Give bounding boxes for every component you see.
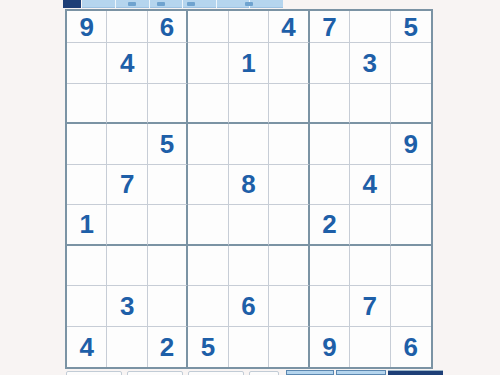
cell-r2c1[interactable] bbox=[67, 43, 107, 84]
given-digit: 2 bbox=[322, 211, 336, 237]
given-digit: 6 bbox=[241, 293, 255, 319]
cell-r4c2[interactable] bbox=[107, 124, 147, 165]
cell-r6c2[interactable] bbox=[107, 205, 147, 246]
cell-r2c9[interactable] bbox=[391, 43, 431, 84]
cell-r5c7[interactable] bbox=[310, 165, 350, 206]
app-screen: 96475413597841236742596 bbox=[0, 0, 500, 375]
cell-r3c3[interactable] bbox=[148, 84, 188, 125]
button-fragment-bottom[interactable] bbox=[249, 371, 279, 375]
toolbar-separator bbox=[149, 0, 150, 8]
toolbar-separator bbox=[182, 0, 183, 8]
cell-r1c7[interactable]: 7 bbox=[310, 11, 350, 43]
cell-r8c5[interactable]: 6 bbox=[229, 286, 269, 327]
cell-r1c8[interactable] bbox=[350, 11, 390, 43]
cell-r9c4[interactable]: 5 bbox=[188, 327, 228, 368]
cell-r5c1[interactable] bbox=[67, 165, 107, 206]
given-digit: 4 bbox=[120, 50, 134, 76]
given-digit: 4 bbox=[79, 334, 93, 360]
button-glyph-fragment bbox=[157, 2, 165, 6]
toolbar-fragment-top[interactable] bbox=[82, 0, 283, 8]
given-digit: 2 bbox=[160, 334, 174, 360]
cell-r7c1[interactable] bbox=[67, 246, 107, 287]
cell-r1c2[interactable] bbox=[107, 11, 147, 43]
cell-r9c9[interactable]: 6 bbox=[391, 327, 431, 368]
cell-r5c6[interactable] bbox=[269, 165, 309, 206]
cell-r6c9[interactable] bbox=[391, 205, 431, 246]
cell-r9c6[interactable] bbox=[269, 327, 309, 368]
cell-r1c6[interactable]: 4 bbox=[269, 11, 309, 43]
cell-r3c5[interactable] bbox=[229, 84, 269, 125]
cell-r4c6[interactable] bbox=[269, 124, 309, 165]
cell-r7c3[interactable] bbox=[148, 246, 188, 287]
cell-r3c6[interactable] bbox=[269, 84, 309, 125]
cell-r7c6[interactable] bbox=[269, 246, 309, 287]
given-digit: 4 bbox=[363, 171, 377, 197]
given-digit: 1 bbox=[241, 50, 255, 76]
cell-r8c8[interactable]: 7 bbox=[350, 286, 390, 327]
cell-r8c6[interactable] bbox=[269, 286, 309, 327]
given-digit: 5 bbox=[160, 131, 174, 157]
toolbar-selected-button-fragment-bottom[interactable] bbox=[388, 370, 443, 375]
cell-r9c5[interactable] bbox=[229, 327, 269, 368]
cell-r4c8[interactable] bbox=[350, 124, 390, 165]
cell-r3c4[interactable] bbox=[188, 84, 228, 125]
cell-r4c7[interactable] bbox=[310, 124, 350, 165]
cell-r7c4[interactable] bbox=[188, 246, 228, 287]
cell-r5c8[interactable]: 4 bbox=[350, 165, 390, 206]
cell-r4c3[interactable]: 5 bbox=[148, 124, 188, 165]
cell-r8c7[interactable] bbox=[310, 286, 350, 327]
cell-r3c8[interactable] bbox=[350, 84, 390, 125]
button-fragment-bottom[interactable] bbox=[66, 371, 122, 375]
given-digit: 8 bbox=[241, 171, 255, 197]
cell-r7c5[interactable] bbox=[229, 246, 269, 287]
given-digit: 5 bbox=[201, 334, 215, 360]
cell-r6c8[interactable] bbox=[350, 205, 390, 246]
given-digit: 9 bbox=[404, 131, 418, 157]
cell-r1c5[interactable] bbox=[229, 11, 269, 43]
button-glyph-fragment bbox=[245, 2, 253, 6]
cell-r2c3[interactable] bbox=[148, 43, 188, 84]
given-digit: 9 bbox=[79, 14, 93, 40]
cell-r7c8[interactable] bbox=[350, 246, 390, 287]
cell-r9c3[interactable]: 2 bbox=[148, 327, 188, 368]
cell-r8c3[interactable] bbox=[148, 286, 188, 327]
toolbar-selected-button-fragment-top[interactable] bbox=[63, 0, 81, 8]
cell-r2c7[interactable] bbox=[310, 43, 350, 84]
given-digit: 3 bbox=[120, 293, 134, 319]
button-glyph-fragment bbox=[128, 2, 136, 6]
given-digit: 3 bbox=[363, 50, 377, 76]
cell-r1c1[interactable]: 9 bbox=[67, 11, 107, 43]
cell-r3c9[interactable] bbox=[391, 84, 431, 125]
cell-r7c2[interactable] bbox=[107, 246, 147, 287]
cell-r3c7[interactable] bbox=[310, 84, 350, 125]
cell-r4c9[interactable]: 9 bbox=[391, 124, 431, 165]
given-digit: 7 bbox=[120, 171, 134, 197]
cell-r9c7[interactable]: 9 bbox=[310, 327, 350, 368]
toolbar-button-fragment-bottom[interactable] bbox=[336, 370, 386, 375]
cell-r8c1[interactable] bbox=[67, 286, 107, 327]
cell-r4c1[interactable] bbox=[67, 124, 107, 165]
toolbar-separator bbox=[216, 0, 217, 8]
cell-r1c3[interactable]: 6 bbox=[148, 11, 188, 43]
button-glyph-fragment bbox=[187, 2, 195, 6]
cell-r8c9[interactable] bbox=[391, 286, 431, 327]
cell-r5c2[interactable]: 7 bbox=[107, 165, 147, 206]
given-digit: 4 bbox=[281, 14, 295, 40]
cell-r3c1[interactable] bbox=[67, 84, 107, 125]
given-digit: 6 bbox=[404, 334, 418, 360]
cell-r2c5[interactable]: 1 bbox=[229, 43, 269, 84]
cell-r6c7[interactable]: 2 bbox=[310, 205, 350, 246]
toolbar-button-fragment-bottom[interactable] bbox=[286, 370, 334, 375]
cell-r4c5[interactable] bbox=[229, 124, 269, 165]
button-fragment-bottom[interactable] bbox=[188, 371, 244, 375]
cell-r7c7[interactable] bbox=[310, 246, 350, 287]
cell-r8c4[interactable] bbox=[188, 286, 228, 327]
cell-r5c3[interactable] bbox=[148, 165, 188, 206]
cell-r6c3[interactable] bbox=[148, 205, 188, 246]
cell-r2c6[interactable] bbox=[269, 43, 309, 84]
cell-r6c5[interactable] bbox=[229, 205, 269, 246]
cell-r9c2[interactable] bbox=[107, 327, 147, 368]
cell-r6c6[interactable] bbox=[269, 205, 309, 246]
cell-r4c4[interactable] bbox=[188, 124, 228, 165]
cell-r6c4[interactable] bbox=[188, 205, 228, 246]
cell-r6c1[interactable]: 1 bbox=[67, 205, 107, 246]
cell-r2c8[interactable]: 3 bbox=[350, 43, 390, 84]
cell-r1c4[interactable] bbox=[188, 11, 228, 43]
given-digit: 7 bbox=[363, 293, 377, 319]
cell-r5c5[interactable]: 8 bbox=[229, 165, 269, 206]
cell-r5c9[interactable] bbox=[391, 165, 431, 206]
sudoku-board: 96475413597841236742596 bbox=[65, 9, 433, 369]
given-digit: 1 bbox=[79, 211, 93, 237]
given-digit: 9 bbox=[322, 334, 336, 360]
cell-r7c9[interactable] bbox=[391, 246, 431, 287]
cell-r3c2[interactable] bbox=[107, 84, 147, 125]
given-digit: 6 bbox=[160, 14, 174, 40]
cell-r2c2[interactable]: 4 bbox=[107, 43, 147, 84]
toolbar-separator bbox=[115, 0, 116, 8]
cell-r8c2[interactable]: 3 bbox=[107, 286, 147, 327]
given-digit: 5 bbox=[404, 14, 418, 40]
given-digit: 7 bbox=[322, 14, 336, 40]
cell-r9c1[interactable]: 4 bbox=[67, 327, 107, 368]
cell-r5c4[interactable] bbox=[188, 165, 228, 206]
cell-r1c9[interactable]: 5 bbox=[391, 11, 431, 43]
cell-r2c4[interactable] bbox=[188, 43, 228, 84]
cell-r9c8[interactable] bbox=[350, 327, 390, 368]
button-fragment-bottom[interactable] bbox=[127, 371, 183, 375]
